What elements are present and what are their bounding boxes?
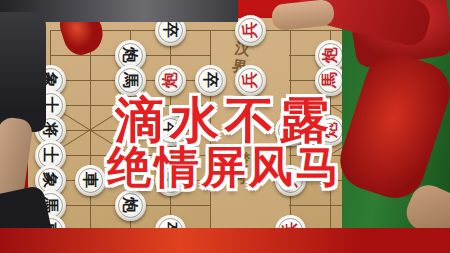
piece-character: 炮	[322, 47, 338, 63]
piece-character: 炮	[162, 72, 178, 88]
piece-character: 馬	[122, 72, 138, 88]
red-piece-兵[interactable]: 兵	[235, 15, 266, 46]
piece-character: 炮	[122, 197, 138, 213]
piece-character: 兵	[242, 22, 258, 38]
piece-character: 卒	[202, 72, 218, 88]
tablecloth-front-edge	[0, 228, 450, 253]
piece-character: 炮	[122, 47, 138, 63]
video-frame: 汉界 楚河 卒炮馬炮卒象士将士象車卒卒馬炮車卒兵炮兵馬相仕帥炮兵仕相兵兵車 滴水…	[0, 0, 450, 253]
piece-character: 兵	[242, 72, 258, 88]
piece-character: 卒	[162, 22, 178, 38]
caption-line-2: 绝情屏风马	[0, 138, 450, 197]
piece-character: 馬	[322, 72, 338, 88]
